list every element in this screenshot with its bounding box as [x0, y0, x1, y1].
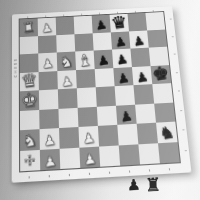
square-d4 — [76, 69, 96, 89]
square-g1 — [20, 129, 40, 150]
square-g5 — [98, 125, 119, 146]
board-photo: CHESS ♛♜♟♟♛♟♟♟♞♝♟♟♛♟♟♟♚♚♟♞♟♟♞♟♟ ♟♜ — [0, 0, 200, 200]
square-a5 — [92, 15, 111, 33]
board-edge-text: CHESS — [12, 57, 19, 77]
square-b2 — [38, 35, 57, 54]
square-h7 — [138, 143, 160, 165]
square-e3 — [58, 88, 78, 108]
square-h4 — [79, 146, 100, 168]
square-g7 — [137, 123, 158, 144]
square-e2 — [39, 89, 59, 109]
square-f5 — [97, 105, 118, 126]
square-b8 — [147, 29, 167, 48]
square-e1 — [20, 90, 39, 110]
square-b1 — [20, 36, 39, 55]
square-b4 — [74, 33, 93, 52]
square-f3 — [58, 107, 78, 128]
square-f1 — [20, 109, 40, 130]
square-h6 — [119, 144, 140, 166]
square-e7 — [133, 84, 154, 104]
square-b6 — [111, 31, 131, 50]
square-g6 — [117, 124, 138, 145]
square-c1 — [20, 53, 39, 72]
square-f7 — [135, 103, 156, 124]
square-c5 — [94, 50, 114, 69]
square-c3 — [57, 52, 76, 71]
square-d3 — [57, 70, 77, 90]
square-a2 — [38, 18, 57, 36]
square-c8 — [149, 47, 169, 66]
square-a7 — [128, 13, 148, 31]
square-e8 — [152, 83, 173, 103]
square-h5 — [99, 145, 120, 167]
square-a8 — [145, 12, 165, 30]
square-e4 — [77, 87, 97, 107]
square-g2 — [40, 128, 60, 149]
square-c6 — [112, 49, 132, 68]
square-h2 — [40, 148, 60, 170]
square-d7 — [132, 66, 152, 86]
square-c4 — [75, 51, 94, 70]
square-e6 — [115, 85, 135, 105]
square-h3 — [60, 147, 81, 169]
square-c2 — [38, 52, 57, 71]
square-f2 — [39, 108, 59, 129]
board-squares — [20, 12, 180, 171]
captured-black-pawn: ♟ — [127, 176, 141, 194]
square-c7 — [130, 48, 150, 67]
square-d8 — [150, 65, 171, 85]
square-f4 — [78, 106, 98, 127]
square-d1 — [20, 72, 39, 92]
square-h8 — [158, 142, 180, 164]
square-b7 — [129, 30, 149, 49]
square-d2 — [39, 71, 58, 91]
square-b5 — [93, 32, 112, 51]
square-g8 — [156, 122, 178, 143]
square-a1 — [20, 18, 38, 36]
square-d6 — [113, 67, 133, 87]
square-a6 — [110, 14, 129, 32]
square-h1 — [20, 149, 40, 171]
chessboard-sheet: CHESS ♛♜♟♟♛♟♟♟♞♝♟♟♛♟♟♟♚♚♟♞♟♟♞♟♟ — [12, 6, 192, 182]
square-d5 — [95, 68, 115, 88]
square-b3 — [56, 34, 75, 53]
square-e5 — [96, 86, 116, 106]
square-f8 — [154, 102, 175, 123]
square-g4 — [78, 126, 99, 147]
square-g3 — [59, 127, 79, 148]
square-a3 — [56, 17, 75, 35]
square-f6 — [116, 104, 137, 125]
captured-black-rook: ♜ — [145, 174, 162, 196]
square-a4 — [74, 16, 93, 34]
